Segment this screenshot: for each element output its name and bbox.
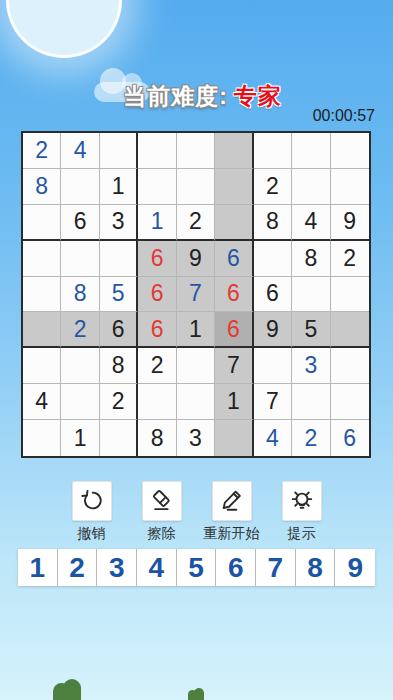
cell-r6c5[interactable]: 1 bbox=[177, 312, 215, 348]
cell-r9c5[interactable]: 3 bbox=[177, 420, 215, 456]
cell-r7c6[interactable]: 7 bbox=[215, 348, 253, 384]
cell-r4c6[interactable]: 6 bbox=[215, 241, 253, 277]
restart-button[interactable]: 重新开始 bbox=[212, 481, 252, 543]
cell-r2c4[interactable] bbox=[138, 169, 176, 205]
cell-r5c8[interactable] bbox=[292, 277, 330, 313]
cell-r8c3[interactable]: 2 bbox=[100, 384, 138, 420]
cell-r1c9[interactable] bbox=[331, 133, 369, 169]
cell-r2c8[interactable] bbox=[292, 169, 330, 205]
cell-r4c8[interactable]: 8 bbox=[292, 241, 330, 277]
sun-icon bbox=[6, 0, 122, 58]
cell-r6c8[interactable]: 5 bbox=[292, 312, 330, 348]
cell-r6c7[interactable]: 9 bbox=[254, 312, 292, 348]
sudoku-board: 2481263128496968285676626616958273421718… bbox=[21, 131, 371, 458]
undo-icon bbox=[77, 486, 107, 516]
difficulty-label: 当前难度: bbox=[123, 83, 228, 109]
numpad-8[interactable]: 8 bbox=[296, 549, 336, 586]
cell-r1c3[interactable] bbox=[100, 133, 138, 169]
bush-icon bbox=[194, 688, 204, 700]
cell-r8c9[interactable] bbox=[331, 384, 369, 420]
cell-r1c5[interactable] bbox=[177, 133, 215, 169]
cell-r8c5[interactable] bbox=[177, 384, 215, 420]
numpad-1[interactable]: 1 bbox=[18, 549, 58, 586]
cell-r1c1[interactable]: 2 bbox=[23, 133, 61, 169]
cell-r8c7[interactable]: 7 bbox=[254, 384, 292, 420]
hint-label: 提示 bbox=[288, 525, 316, 543]
cell-r9c4[interactable]: 8 bbox=[138, 420, 176, 456]
erase-button[interactable]: 擦除 bbox=[142, 481, 182, 543]
bush-icon bbox=[63, 679, 81, 700]
undo-button[interactable]: 撤销 bbox=[72, 481, 112, 543]
cell-r3c9[interactable]: 9 bbox=[331, 205, 369, 241]
cell-r3c5[interactable]: 2 bbox=[177, 205, 215, 241]
cell-r5c3[interactable]: 5 bbox=[100, 277, 138, 313]
cell-r3c2[interactable]: 6 bbox=[61, 205, 99, 241]
cell-r2c7[interactable]: 2 bbox=[254, 169, 292, 205]
cell-r6c4[interactable]: 6 bbox=[138, 312, 176, 348]
cell-r1c6[interactable] bbox=[215, 133, 253, 169]
cell-r3c6[interactable] bbox=[215, 205, 253, 241]
cell-r8c8[interactable] bbox=[292, 384, 330, 420]
cell-r5c9[interactable] bbox=[331, 277, 369, 313]
cell-r9c9[interactable]: 6 bbox=[331, 420, 369, 456]
cell-r6c1[interactable] bbox=[23, 312, 61, 348]
difficulty-value: 专家 bbox=[234, 83, 282, 109]
cell-r2c6[interactable] bbox=[215, 169, 253, 205]
cell-r6c9[interactable] bbox=[331, 312, 369, 348]
cell-r6c2[interactable]: 2 bbox=[61, 312, 99, 348]
cell-r8c4[interactable] bbox=[138, 384, 176, 420]
cell-r9c2[interactable]: 1 bbox=[61, 420, 99, 456]
cell-r5c5[interactable]: 7 bbox=[177, 277, 215, 313]
cell-r4c3[interactable] bbox=[100, 241, 138, 277]
cell-r4c5[interactable]: 9 bbox=[177, 241, 215, 277]
restart-label: 重新开始 bbox=[204, 525, 260, 543]
number-pad: 123456789 bbox=[18, 549, 375, 586]
cell-r6c6[interactable]: 6 bbox=[215, 312, 253, 348]
timer: 00:00:57 bbox=[313, 107, 375, 125]
cell-r1c4[interactable] bbox=[138, 133, 176, 169]
cell-r1c2[interactable]: 4 bbox=[61, 133, 99, 169]
cell-r9c7[interactable]: 4 bbox=[254, 420, 292, 456]
cell-r3c8[interactable]: 4 bbox=[292, 205, 330, 241]
cell-r5c7[interactable]: 6 bbox=[254, 277, 292, 313]
cell-r8c6[interactable]: 1 bbox=[215, 384, 253, 420]
cell-r7c1[interactable] bbox=[23, 348, 61, 384]
undo-label: 撤销 bbox=[78, 525, 106, 543]
lightbulb-icon bbox=[287, 486, 317, 516]
cell-r5c6[interactable]: 6 bbox=[215, 277, 253, 313]
cell-r4c1[interactable] bbox=[23, 241, 61, 277]
cell-r2c5[interactable] bbox=[177, 169, 215, 205]
hint-button[interactable]: 提示 bbox=[282, 481, 322, 543]
cell-r3c1[interactable] bbox=[23, 205, 61, 241]
pencil-icon bbox=[217, 486, 247, 516]
cell-r6c3[interactable]: 6 bbox=[100, 312, 138, 348]
numpad-6[interactable]: 6 bbox=[216, 549, 256, 586]
cell-r7c3[interactable]: 8 bbox=[100, 348, 138, 384]
cell-r5c4[interactable]: 6 bbox=[138, 277, 176, 313]
cell-r9c8[interactable]: 2 bbox=[292, 420, 330, 456]
cell-r4c7[interactable] bbox=[254, 241, 292, 277]
cell-r3c3[interactable]: 3 bbox=[100, 205, 138, 241]
cell-r9c6[interactable] bbox=[215, 420, 253, 456]
cell-r8c2[interactable] bbox=[61, 384, 99, 420]
cell-r2c3[interactable]: 1 bbox=[100, 169, 138, 205]
cell-r4c2[interactable] bbox=[61, 241, 99, 277]
numpad-4[interactable]: 4 bbox=[137, 549, 177, 586]
toolbar: 撤销 擦除 重新开始 bbox=[0, 481, 393, 543]
cell-r5c1[interactable] bbox=[23, 277, 61, 313]
cell-r1c8[interactable] bbox=[292, 133, 330, 169]
cell-r7c7[interactable] bbox=[254, 348, 292, 384]
cell-r4c9[interactable]: 2 bbox=[331, 241, 369, 277]
cell-r7c4[interactable]: 2 bbox=[138, 348, 176, 384]
numpad-5[interactable]: 5 bbox=[177, 549, 217, 586]
numpad-9[interactable]: 9 bbox=[335, 549, 375, 586]
cell-r2c9[interactable] bbox=[331, 169, 369, 205]
cell-r4c4[interactable]: 6 bbox=[138, 241, 176, 277]
cell-r7c2[interactable] bbox=[61, 348, 99, 384]
cell-r9c3[interactable] bbox=[100, 420, 138, 456]
cell-r3c4[interactable]: 1 bbox=[138, 205, 176, 241]
cell-r1c7[interactable] bbox=[254, 133, 292, 169]
cell-r8c1[interactable]: 4 bbox=[23, 384, 61, 420]
cell-r7c9[interactable] bbox=[331, 348, 369, 384]
cell-r5c2[interactable]: 8 bbox=[61, 277, 99, 313]
numpad-2[interactable]: 2 bbox=[58, 549, 98, 586]
cell-r3c7[interactable]: 8 bbox=[254, 205, 292, 241]
cell-r7c8[interactable]: 3 bbox=[292, 348, 330, 384]
erase-label: 擦除 bbox=[148, 525, 176, 543]
cell-r9c1[interactable] bbox=[23, 420, 61, 456]
cell-r2c1[interactable]: 8 bbox=[23, 169, 61, 205]
cell-r2c2[interactable] bbox=[61, 169, 99, 205]
eraser-icon bbox=[147, 486, 177, 516]
numpad-3[interactable]: 3 bbox=[97, 549, 137, 586]
cell-r7c5[interactable] bbox=[177, 348, 215, 384]
app-screen: 当前难度:专家 00:00:57 24812631284969682856766… bbox=[0, 0, 393, 700]
numpad-7[interactable]: 7 bbox=[256, 549, 296, 586]
